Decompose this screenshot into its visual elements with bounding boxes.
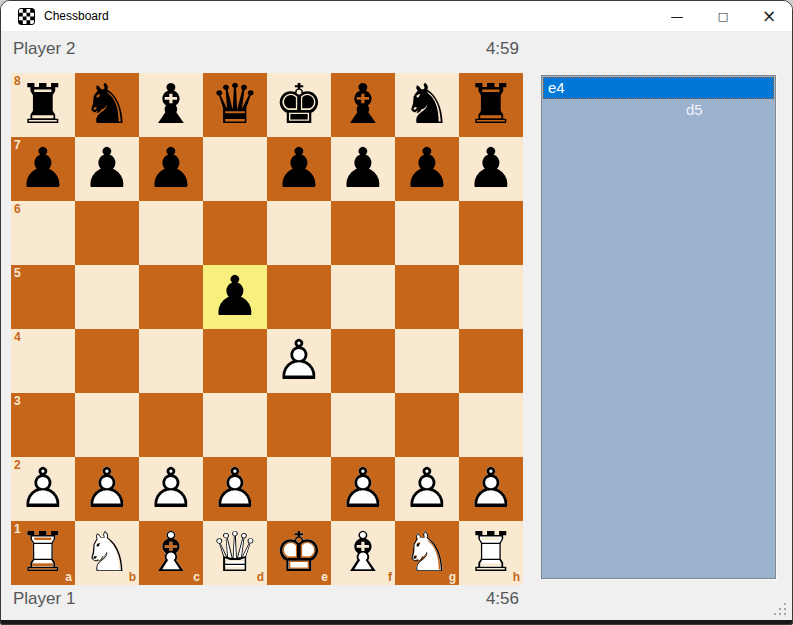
square-g7[interactable]: ♟ <box>395 137 459 201</box>
black-pawn[interactable]: ♟ <box>75 137 139 201</box>
square-f8[interactable]: ♝ <box>331 73 395 137</box>
square-e5[interactable] <box>267 265 331 329</box>
white-pawn[interactable]: ♟♙ <box>203 457 267 521</box>
square-d3[interactable] <box>203 393 267 457</box>
black-queen[interactable]: ♛ <box>203 73 267 137</box>
window: Chessboard — □ × Player 2 4:59 8♜♞♝♛♚♝♞♜… <box>0 0 793 625</box>
square-b3[interactable] <box>75 393 139 457</box>
square-h4[interactable] <box>459 329 523 393</box>
black-rook[interactable]: ♜ <box>11 73 75 137</box>
window-bottom-border <box>1 620 792 624</box>
rank-label-5: 5 <box>14 266 21 280</box>
square-e1[interactable]: e♚♔ <box>267 521 331 585</box>
square-d7[interactable] <box>203 137 267 201</box>
square-c7[interactable]: ♟ <box>139 137 203 201</box>
square-a4[interactable]: 4 <box>11 329 75 393</box>
square-f5[interactable] <box>331 265 395 329</box>
white-rook[interactable]: ♜♖ <box>11 521 75 585</box>
black-pawn[interactable]: ♟ <box>459 137 523 201</box>
square-e6[interactable] <box>267 201 331 265</box>
square-f3[interactable] <box>331 393 395 457</box>
square-d1[interactable]: d♛♕ <box>203 521 267 585</box>
black-pawn[interactable]: ♟ <box>395 137 459 201</box>
square-d4[interactable] <box>203 329 267 393</box>
square-h6[interactable] <box>459 201 523 265</box>
move-list[interactable]: e4d5 <box>541 75 776 579</box>
title-bar[interactable]: Chessboard — □ × <box>1 1 792 32</box>
square-a3[interactable]: 3 <box>11 393 75 457</box>
square-f2[interactable]: ♟♙ <box>331 457 395 521</box>
square-c3[interactable] <box>139 393 203 457</box>
square-e4[interactable]: ♟♙ <box>267 329 331 393</box>
square-b5[interactable] <box>75 265 139 329</box>
black-pawn[interactable]: ♟ <box>267 137 331 201</box>
square-h7[interactable]: ♟ <box>459 137 523 201</box>
square-f6[interactable] <box>331 201 395 265</box>
square-c5[interactable] <box>139 265 203 329</box>
white-king[interactable]: ♚♔ <box>267 521 331 585</box>
white-bishop[interactable]: ♝♗ <box>331 521 395 585</box>
window-title: Chessboard <box>44 9 109 23</box>
square-b4[interactable] <box>75 329 139 393</box>
square-c1[interactable]: c♝♗ <box>139 521 203 585</box>
black-knight[interactable]: ♞ <box>75 73 139 137</box>
square-b1[interactable]: b♞♘ <box>75 521 139 585</box>
white-pawn[interactable]: ♟♙ <box>395 457 459 521</box>
square-c6[interactable] <box>139 201 203 265</box>
player1-name: Player 1 <box>13 587 75 611</box>
black-bishop[interactable]: ♝ <box>139 73 203 137</box>
square-f7[interactable]: ♟ <box>331 137 395 201</box>
white-pawn[interactable]: ♟♙ <box>267 329 331 393</box>
square-a2[interactable]: 2♟♙ <box>11 457 75 521</box>
square-f1[interactable]: f♝♗ <box>331 521 395 585</box>
square-h5[interactable] <box>459 265 523 329</box>
square-g3[interactable] <box>395 393 459 457</box>
white-pawn[interactable]: ♟♙ <box>11 457 75 521</box>
square-b6[interactable] <box>75 201 139 265</box>
square-a7[interactable]: 7♟ <box>11 137 75 201</box>
white-queen[interactable]: ♛♕ <box>203 521 267 585</box>
square-d6[interactable] <box>203 201 267 265</box>
square-b2[interactable]: ♟♙ <box>75 457 139 521</box>
square-b7[interactable]: ♟ <box>75 137 139 201</box>
move-e4[interactable]: e4 <box>543 77 774 99</box>
square-g1[interactable]: g♞♘ <box>395 521 459 585</box>
white-pawn[interactable]: ♟♙ <box>459 457 523 521</box>
square-a6[interactable]: 6 <box>11 201 75 265</box>
black-pawn[interactable]: ♟ <box>203 265 267 329</box>
square-c4[interactable] <box>139 329 203 393</box>
square-g5[interactable] <box>395 265 459 329</box>
square-e2[interactable] <box>267 457 331 521</box>
black-knight[interactable]: ♞ <box>395 73 459 137</box>
chess-board: 8♜♞♝♛♚♝♞♜7♟♟♟♟♟♟♟65♟4♟♙32♟♙♟♙♟♙♟♙♟♙♟♙♟♙1… <box>11 73 523 585</box>
square-e8[interactable]: ♚ <box>267 73 331 137</box>
maximize-button[interactable]: □ <box>700 1 746 31</box>
square-a1[interactable]: 1a♜♖ <box>11 521 75 585</box>
square-g8[interactable]: ♞ <box>395 73 459 137</box>
square-c2[interactable]: ♟♙ <box>139 457 203 521</box>
square-g6[interactable] <box>395 201 459 265</box>
rank-label-4: 4 <box>14 330 21 344</box>
square-h3[interactable] <box>459 393 523 457</box>
player2-clock: 4:59 <box>486 37 519 61</box>
black-pawn[interactable]: ♟ <box>11 137 75 201</box>
square-b8[interactable]: ♞ <box>75 73 139 137</box>
black-king[interactable]: ♚ <box>267 73 331 137</box>
black-bishop[interactable]: ♝ <box>331 73 395 137</box>
white-pawn[interactable]: ♟♙ <box>139 457 203 521</box>
move-d5[interactable]: d5 <box>543 99 774 121</box>
square-h8[interactable]: ♜ <box>459 73 523 137</box>
chessboard-app-icon <box>18 8 35 25</box>
square-g4[interactable] <box>395 329 459 393</box>
player2-name: Player 2 <box>13 37 75 61</box>
rank-label-3: 3 <box>14 394 21 408</box>
player2-row: Player 2 4:59 <box>13 37 519 61</box>
white-pawn[interactable]: ♟♙ <box>75 457 139 521</box>
square-h1[interactable]: h♜♖ <box>459 521 523 585</box>
square-f4[interactable] <box>331 329 395 393</box>
white-rook[interactable]: ♜♖ <box>459 521 523 585</box>
minimize-button[interactable]: — <box>654 1 700 31</box>
white-knight[interactable]: ♞♘ <box>75 521 139 585</box>
maximize-icon: □ <box>718 10 728 23</box>
square-a8[interactable]: 8♜ <box>11 73 75 137</box>
square-d5[interactable]: ♟ <box>203 265 267 329</box>
rank-label-6: 6 <box>14 202 21 216</box>
black-pawn[interactable]: ♟ <box>331 137 395 201</box>
white-pawn[interactable]: ♟♙ <box>331 457 395 521</box>
square-g2[interactable]: ♟♙ <box>395 457 459 521</box>
resize-grip[interactable] <box>784 613 786 615</box>
square-a5[interactable]: 5 <box>11 265 75 329</box>
player1-row: Player 1 4:56 <box>13 587 519 611</box>
square-d8[interactable]: ♛ <box>203 73 267 137</box>
white-bishop[interactable]: ♝♗ <box>139 521 203 585</box>
square-h2[interactable]: ♟♙ <box>459 457 523 521</box>
square-d2[interactable]: ♟♙ <box>203 457 267 521</box>
minimize-icon: — <box>671 9 684 24</box>
black-rook[interactable]: ♜ <box>459 73 523 137</box>
close-button[interactable]: × <box>746 1 792 31</box>
white-knight[interactable]: ♞♘ <box>395 521 459 585</box>
square-c8[interactable]: ♝ <box>139 73 203 137</box>
square-e7[interactable]: ♟ <box>267 137 331 201</box>
black-pawn[interactable]: ♟ <box>139 137 203 201</box>
close-icon: × <box>762 6 776 26</box>
square-e3[interactable] <box>267 393 331 457</box>
caption-buttons: — □ × <box>654 1 792 31</box>
player1-clock: 4:56 <box>486 587 519 611</box>
